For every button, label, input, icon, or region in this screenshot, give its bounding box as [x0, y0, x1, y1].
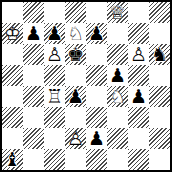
black-pawn-glyph: ♟ — [86, 128, 107, 149]
square-h4[interactable] — [149, 86, 170, 107]
square-g8[interactable] — [128, 2, 149, 23]
square-e4[interactable] — [86, 86, 107, 107]
white-pawn-glyph: ♙ — [44, 44, 65, 65]
piece-white-queen: ♛♕ — [107, 2, 128, 23]
square-h2[interactable] — [149, 128, 170, 149]
square-h3[interactable] — [149, 107, 170, 128]
piece-black-pawn: ♟ — [23, 23, 44, 44]
square-d7[interactable]: ♞♘ — [65, 23, 86, 44]
square-f5[interactable]: ♟ — [107, 65, 128, 86]
square-h6[interactable]: ♞ — [149, 44, 170, 65]
square-e2[interactable]: ♟ — [86, 128, 107, 149]
square-b7[interactable]: ♟ — [23, 23, 44, 44]
square-a8[interactable] — [2, 2, 23, 23]
square-b5[interactable] — [23, 65, 44, 86]
square-c3[interactable] — [44, 107, 65, 128]
square-e7[interactable]: ♟ — [86, 23, 107, 44]
square-b6[interactable] — [23, 44, 44, 65]
square-d2[interactable]: ♟♙ — [65, 128, 86, 149]
square-f8[interactable]: ♛♕ — [107, 2, 128, 23]
piece-black-pawn: ♟ — [86, 23, 107, 44]
black-pawn-glyph: ♟ — [86, 23, 107, 44]
square-g3[interactable] — [128, 107, 149, 128]
square-a5[interactable] — [2, 65, 23, 86]
black-bishop-glyph: ♝ — [2, 149, 23, 170]
square-a2[interactable] — [2, 128, 23, 149]
square-f2[interactable] — [107, 128, 128, 149]
square-f4[interactable]: ♞♘ — [107, 86, 128, 107]
square-d3[interactable] — [65, 107, 86, 128]
square-d8[interactable] — [65, 2, 86, 23]
square-h1[interactable] — [149, 149, 170, 170]
white-king-glyph: ♔ — [2, 23, 23, 44]
square-a7[interactable]: ♚♔ — [2, 23, 23, 44]
square-c6[interactable]: ♟♙ — [44, 44, 65, 65]
white-queen-glyph: ♕ — [107, 2, 128, 23]
square-c4[interactable]: ♜♖ — [44, 86, 65, 107]
square-f1[interactable] — [107, 149, 128, 170]
piece-black-king: ♚ — [65, 44, 86, 65]
piece-white-king: ♚♔ — [2, 23, 23, 44]
square-g5[interactable] — [128, 65, 149, 86]
square-c8[interactable] — [44, 2, 65, 23]
piece-black-pawn: ♟ — [128, 86, 149, 107]
chess-board: ♛♕♚♔♟♟♞♘♟♟♙♚♟♙♞♟♜♖♟♞♘♟♟♙♟♝ — [2, 2, 170, 170]
white-pawn-glyph: ♙ — [65, 128, 86, 149]
square-h5[interactable] — [149, 65, 170, 86]
square-h8[interactable] — [149, 2, 170, 23]
square-f6[interactable] — [107, 44, 128, 65]
black-pawn-glyph: ♟ — [65, 86, 86, 107]
piece-white-pawn: ♟♙ — [128, 44, 149, 65]
piece-black-pawn: ♟ — [65, 86, 86, 107]
white-knight-glyph: ♘ — [65, 23, 86, 44]
piece-black-pawn: ♟ — [44, 23, 65, 44]
square-a1[interactable]: ♝ — [2, 149, 23, 170]
square-a3[interactable] — [2, 107, 23, 128]
square-c5[interactable] — [44, 65, 65, 86]
square-h7[interactable] — [149, 23, 170, 44]
square-b8[interactable] — [23, 2, 44, 23]
black-pawn-glyph: ♟ — [107, 65, 128, 86]
white-rook-glyph: ♖ — [44, 86, 65, 107]
square-e5[interactable] — [86, 65, 107, 86]
square-b2[interactable] — [23, 128, 44, 149]
square-f3[interactable] — [107, 107, 128, 128]
white-pawn-glyph: ♙ — [128, 44, 149, 65]
square-e3[interactable] — [86, 107, 107, 128]
square-g1[interactable] — [128, 149, 149, 170]
square-c2[interactable] — [44, 128, 65, 149]
chess-board-frame: ♛♕♚♔♟♟♞♘♟♟♙♚♟♙♞♟♜♖♟♞♘♟♟♙♟♝ — [0, 0, 172, 172]
square-c7[interactable]: ♟ — [44, 23, 65, 44]
piece-black-pawn: ♟ — [107, 65, 128, 86]
square-b1[interactable] — [23, 149, 44, 170]
square-b4[interactable] — [23, 86, 44, 107]
square-g4[interactable]: ♟ — [128, 86, 149, 107]
square-c1[interactable] — [44, 149, 65, 170]
black-pawn-glyph: ♟ — [128, 86, 149, 107]
square-a4[interactable] — [2, 86, 23, 107]
white-knight-glyph: ♘ — [107, 86, 128, 107]
square-e8[interactable] — [86, 2, 107, 23]
square-e1[interactable] — [86, 149, 107, 170]
square-e6[interactable] — [86, 44, 107, 65]
square-d4[interactable]: ♟ — [65, 86, 86, 107]
piece-white-rook: ♜♖ — [44, 86, 65, 107]
piece-white-pawn: ♟♙ — [65, 128, 86, 149]
square-g7[interactable] — [128, 23, 149, 44]
square-d5[interactable] — [65, 65, 86, 86]
black-knight-glyph: ♞ — [149, 44, 170, 65]
black-pawn-glyph: ♟ — [44, 23, 65, 44]
square-g6[interactable]: ♟♙ — [128, 44, 149, 65]
square-b3[interactable] — [23, 107, 44, 128]
piece-white-pawn: ♟♙ — [44, 44, 65, 65]
square-d1[interactable] — [65, 149, 86, 170]
piece-white-knight: ♞♘ — [65, 23, 86, 44]
square-a6[interactable] — [2, 44, 23, 65]
piece-black-bishop: ♝ — [2, 149, 23, 170]
piece-black-knight: ♞ — [149, 44, 170, 65]
square-f7[interactable] — [107, 23, 128, 44]
piece-black-pawn: ♟ — [86, 128, 107, 149]
piece-white-knight: ♞♘ — [107, 86, 128, 107]
black-king-glyph: ♚ — [65, 44, 86, 65]
square-d6[interactable]: ♚ — [65, 44, 86, 65]
square-g2[interactable] — [128, 128, 149, 149]
black-pawn-glyph: ♟ — [23, 23, 44, 44]
